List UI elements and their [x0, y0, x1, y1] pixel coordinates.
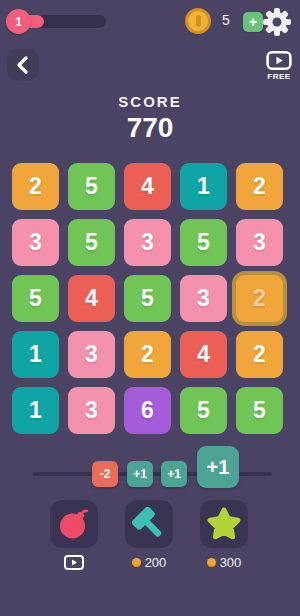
free-reward-button[interactable]: FREE [261, 51, 297, 81]
tile[interactable]: 5 [12, 275, 59, 322]
powerup-bomb [50, 500, 98, 570]
coin-icon [185, 8, 211, 34]
hammer-cost: 200 [132, 554, 167, 570]
powerup-star: 300 [200, 500, 248, 570]
video-ad-icon [64, 555, 84, 570]
level-badge-value: 1 [15, 15, 22, 29]
tile[interactable]: 5 [236, 387, 283, 434]
modifier-plus1-button[interactable]: +1 [127, 461, 153, 487]
tile[interactable]: 2 [236, 163, 283, 210]
level-progress-track [18, 15, 106, 28]
tile[interactable]: 4 [180, 331, 227, 378]
tile[interactable]: 5 [68, 163, 115, 210]
tile[interactable]: 5 [180, 219, 227, 266]
tile-selected[interactable]: 2 [236, 275, 283, 322]
modifier-plus1-big-button[interactable]: +1 [197, 446, 239, 488]
tile[interactable]: 5 [68, 219, 115, 266]
score-label: SCORE [0, 93, 300, 110]
plus-icon: + [249, 14, 257, 30]
tile[interactable]: 4 [68, 275, 115, 322]
coin-icon [132, 558, 141, 567]
game-screen: 1 5 + FREE SCORE 770 2541 [0, 0, 300, 616]
tile[interactable]: 4 [124, 163, 171, 210]
bomb-button[interactable] [50, 500, 98, 548]
powerup-hammer: 200 [125, 500, 173, 570]
tile[interactable]: 1 [12, 331, 59, 378]
tile[interactable]: 3 [124, 219, 171, 266]
tile[interactable]: 1 [180, 163, 227, 210]
gear-icon [262, 7, 292, 37]
tile[interactable]: 3 [68, 387, 115, 434]
coin-count: 5 [214, 12, 238, 28]
tile[interactable]: 3 [68, 331, 115, 378]
tile[interactable]: 2 [12, 163, 59, 210]
star-cost: 300 [207, 554, 242, 570]
star-button[interactable] [200, 500, 248, 548]
bomb-icon [56, 506, 92, 542]
hammer-button[interactable] [125, 500, 173, 548]
tile[interactable]: 2 [124, 331, 171, 378]
video-ad-icon [266, 51, 292, 70]
tile[interactable]: 3 [180, 275, 227, 322]
settings-button[interactable] [262, 7, 292, 37]
tile[interactable]: 3 [12, 219, 59, 266]
star-icon [205, 505, 243, 543]
add-coins-button[interactable]: + [243, 12, 263, 32]
tile[interactable]: 3 [236, 219, 283, 266]
coin-icon [207, 558, 216, 567]
star-cost-value: 300 [220, 555, 242, 570]
bomb-cost [64, 554, 84, 570]
score-value: 770 [0, 112, 300, 144]
modifier-slider: -2 +1 +1 +1 [0, 446, 300, 490]
back-button[interactable] [7, 49, 39, 81]
hammer-icon [130, 505, 168, 543]
tile[interactable]: 1 [12, 387, 59, 434]
tile[interactable]: 5 [180, 387, 227, 434]
tile[interactable]: 2 [236, 331, 283, 378]
level-badge: 1 [6, 9, 31, 34]
modifier-plus1-button[interactable]: +1 [161, 461, 187, 487]
hammer-cost-value: 200 [145, 555, 167, 570]
tile[interactable]: 6 [124, 387, 171, 434]
chevron-left-icon [7, 49, 39, 81]
tile[interactable]: 5 [124, 275, 171, 322]
free-label: FREE [267, 72, 290, 81]
modifier-minus2-button[interactable]: -2 [92, 461, 118, 487]
board: 2541235353545321324213655 [12, 163, 283, 434]
